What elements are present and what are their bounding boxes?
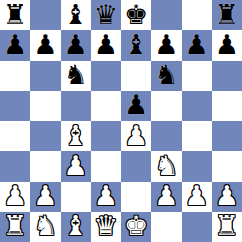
square-e4[interactable]: ♟ [121,121,151,151]
square-e5[interactable]: ♟ [121,91,151,121]
square-b1[interactable]: ♞ [30,212,60,242]
square-c5[interactable] [61,91,91,121]
square-g6[interactable] [182,61,212,91]
square-e8[interactable]: ♚ [121,0,151,30]
square-a4[interactable] [0,121,30,151]
square-g7[interactable]: ♟ [182,30,212,60]
square-g8[interactable] [182,0,212,30]
piece-white-queen: ♛ [94,212,118,239]
piece-black-bishop: ♝ [64,1,88,28]
square-f3[interactable]: ♞ [151,151,181,181]
piece-white-rook: ♜ [215,212,239,239]
piece-white-pawn: ♟ [33,182,57,209]
square-d1[interactable]: ♛ [91,212,121,242]
square-a6[interactable] [0,61,30,91]
piece-black-queen: ♛ [94,1,118,28]
square-f1[interactable] [151,212,181,242]
piece-white-pawn: ♟ [64,152,88,179]
piece-black-king: ♚ [124,1,148,28]
square-h2[interactable]: ♟ [212,182,242,212]
square-f8[interactable] [151,0,181,30]
square-c6[interactable]: ♞ [61,61,91,91]
square-d3[interactable] [91,151,121,181]
square-f6[interactable]: ♞ [151,61,181,91]
square-b5[interactable] [30,91,60,121]
piece-black-pawn: ♟ [154,31,178,58]
square-b6[interactable] [30,61,60,91]
piece-white-pawn: ♟ [185,182,209,209]
piece-black-pawn: ♟ [64,31,88,58]
square-d4[interactable] [91,121,121,151]
piece-white-rook: ♜ [3,212,27,239]
piece-black-pawn: ♟ [33,31,57,58]
square-f2[interactable]: ♟ [151,182,181,212]
square-c1[interactable]: ♝ [61,212,91,242]
square-g5[interactable] [182,91,212,121]
chess-board: ♜♝♛♚♜♟♟♟♟♝♟♟♟♞♞♟♝♟♟♞♟♟♟♟♟♟♜♞♝♛♚♜ [0,0,242,242]
piece-black-knight: ♞ [154,61,178,88]
square-a1[interactable]: ♜ [0,212,30,242]
square-h7[interactable]: ♟ [212,30,242,60]
square-b4[interactable] [30,121,60,151]
piece-black-bishop: ♝ [124,31,148,58]
square-h1[interactable]: ♜ [212,212,242,242]
chess-board-container: ♜♝♛♚♜♟♟♟♟♝♟♟♟♞♞♟♝♟♟♞♟♟♟♟♟♟♜♞♝♛♚♜ [0,0,242,242]
square-a7[interactable]: ♟ [0,30,30,60]
square-a5[interactable] [0,91,30,121]
piece-white-bishop: ♝ [64,122,88,149]
piece-black-knight: ♞ [64,61,88,88]
piece-white-bishop: ♝ [64,212,88,239]
square-g3[interactable] [182,151,212,181]
piece-white-knight: ♞ [154,152,178,179]
square-g1[interactable] [182,212,212,242]
square-g2[interactable]: ♟ [182,182,212,212]
square-d8[interactable]: ♛ [91,0,121,30]
square-c7[interactable]: ♟ [61,30,91,60]
piece-black-rook: ♜ [215,1,239,28]
piece-white-pawn: ♟ [94,182,118,209]
square-c2[interactable] [61,182,91,212]
square-h6[interactable] [212,61,242,91]
square-g4[interactable] [182,121,212,151]
piece-white-pawn: ♟ [124,122,148,149]
square-d6[interactable] [91,61,121,91]
square-e7[interactable]: ♝ [121,30,151,60]
square-h4[interactable] [212,121,242,151]
square-h5[interactable] [212,91,242,121]
square-f4[interactable] [151,121,181,151]
square-b7[interactable]: ♟ [30,30,60,60]
piece-white-pawn: ♟ [154,182,178,209]
square-a2[interactable]: ♟ [0,182,30,212]
square-d7[interactable]: ♟ [91,30,121,60]
square-f7[interactable]: ♟ [151,30,181,60]
square-c3[interactable]: ♟ [61,151,91,181]
piece-black-pawn: ♟ [94,31,118,58]
square-h8[interactable]: ♜ [212,0,242,30]
piece-black-pawn: ♟ [3,31,27,58]
square-c8[interactable]: ♝ [61,0,91,30]
piece-white-pawn: ♟ [215,182,239,209]
piece-black-pawn: ♟ [124,91,148,118]
square-e1[interactable]: ♚ [121,212,151,242]
square-h3[interactable] [212,151,242,181]
piece-black-pawn: ♟ [215,31,239,58]
piece-white-king: ♚ [124,212,148,239]
piece-black-rook: ♜ [3,1,27,28]
square-e2[interactable] [121,182,151,212]
piece-black-pawn: ♟ [185,31,209,58]
square-a8[interactable]: ♜ [0,0,30,30]
square-e3[interactable] [121,151,151,181]
square-d5[interactable] [91,91,121,121]
square-a3[interactable] [0,151,30,181]
square-d2[interactable]: ♟ [91,182,121,212]
square-e6[interactable] [121,61,151,91]
square-b8[interactable] [30,0,60,30]
square-c4[interactable]: ♝ [61,121,91,151]
square-b2[interactable]: ♟ [30,182,60,212]
piece-white-pawn: ♟ [3,182,27,209]
square-b3[interactable] [30,151,60,181]
square-f5[interactable] [151,91,181,121]
piece-white-knight: ♞ [33,212,57,239]
